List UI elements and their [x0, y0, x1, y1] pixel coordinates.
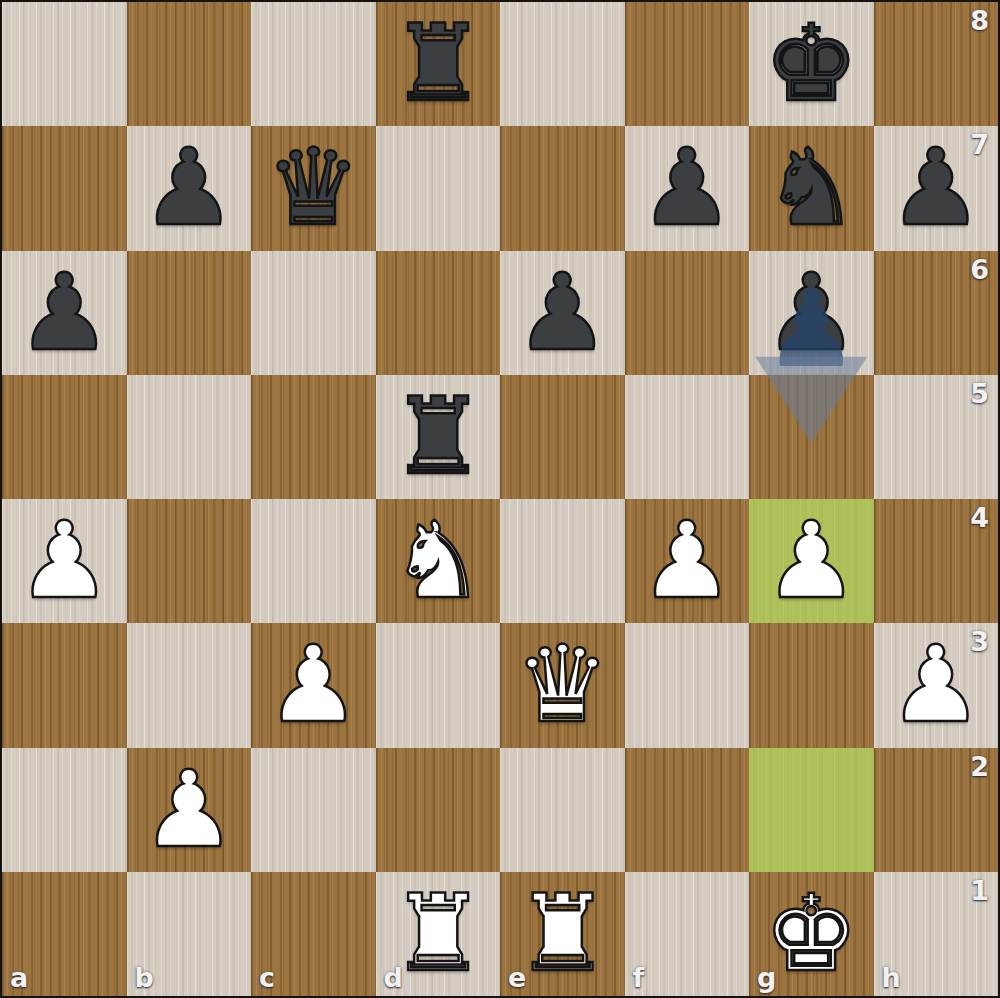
square-b8[interactable] [127, 2, 252, 126]
square-a5[interactable] [2, 375, 127, 499]
square-f8[interactable] [625, 2, 750, 126]
square-b3[interactable] [127, 623, 252, 747]
square-h2[interactable]: 2 [874, 748, 999, 872]
file-label-b: b [135, 962, 154, 993]
square-b5[interactable] [127, 375, 252, 499]
square-e1[interactable]: ♜e [500, 872, 625, 996]
rank-label-6: 6 [970, 254, 989, 285]
square-d5[interactable]: ♜ [376, 375, 501, 499]
square-e7[interactable] [500, 126, 625, 250]
square-g5[interactable] [749, 375, 874, 499]
chess-board: ♜♚8♟♛♟♞♟7♟♟♟6♜5♟♞♟♟4♟♛♟3♟2abc♜d♜ef♚gh1♟ [0, 0, 1000, 998]
square-a7[interactable] [2, 126, 127, 250]
white-pawn[interactable]: ♟ [749, 499, 874, 623]
file-label-a: a [10, 962, 28, 993]
square-e8[interactable] [500, 2, 625, 126]
square-c5[interactable] [251, 375, 376, 499]
black-king[interactable]: ♚ [749, 2, 874, 126]
white-pawn[interactable]: ♟ [874, 623, 999, 747]
square-g2[interactable] [749, 748, 874, 872]
square-b7[interactable]: ♟ [127, 126, 252, 250]
square-f2[interactable] [625, 748, 750, 872]
square-h8[interactable]: 8 [874, 2, 999, 126]
black-queen[interactable]: ♛ [251, 126, 376, 250]
white-knight[interactable]: ♞ [376, 499, 501, 623]
square-d7[interactable] [376, 126, 501, 250]
black-rook[interactable]: ♜ [376, 2, 501, 126]
square-a2[interactable] [2, 748, 127, 872]
square-c2[interactable] [251, 748, 376, 872]
white-pawn[interactable]: ♟ [127, 748, 252, 872]
square-h1[interactable]: h1 [874, 872, 999, 996]
square-e2[interactable] [500, 748, 625, 872]
square-d4[interactable]: ♞ [376, 499, 501, 623]
square-c8[interactable] [251, 2, 376, 126]
square-d1[interactable]: ♜d [376, 872, 501, 996]
square-f6[interactable] [625, 251, 750, 375]
square-h6[interactable]: 6 [874, 251, 999, 375]
rank-label-8: 8 [970, 5, 989, 36]
square-a6[interactable]: ♟ [2, 251, 127, 375]
square-b2[interactable]: ♟ [127, 748, 252, 872]
square-f7[interactable]: ♟ [625, 126, 750, 250]
square-e6[interactable]: ♟ [500, 251, 625, 375]
square-a3[interactable] [2, 623, 127, 747]
black-pawn[interactable]: ♟ [2, 251, 127, 375]
square-c6[interactable] [251, 251, 376, 375]
white-king[interactable]: ♚ [749, 872, 874, 996]
square-e5[interactable] [500, 375, 625, 499]
square-a8[interactable] [2, 2, 127, 126]
black-pawn[interactable]: ♟ [625, 126, 750, 250]
square-f5[interactable] [625, 375, 750, 499]
square-c7[interactable]: ♛ [251, 126, 376, 250]
square-d3[interactable] [376, 623, 501, 747]
square-a1[interactable]: a [2, 872, 127, 996]
white-pawn[interactable]: ♟ [625, 499, 750, 623]
white-pawn[interactable]: ♟ [2, 499, 127, 623]
square-g8[interactable]: ♚ [749, 2, 874, 126]
square-b6[interactable] [127, 251, 252, 375]
square-f1[interactable]: f [625, 872, 750, 996]
white-rook[interactable]: ♜ [500, 872, 625, 996]
square-b1[interactable]: b [127, 872, 252, 996]
square-f3[interactable] [625, 623, 750, 747]
rank-label-2: 2 [970, 751, 989, 782]
black-pawn[interactable]: ♟ [874, 126, 999, 250]
black-pawn[interactable]: ♟ [500, 251, 625, 375]
square-e4[interactable] [500, 499, 625, 623]
square-g7[interactable]: ♞ [749, 126, 874, 250]
square-d6[interactable] [376, 251, 501, 375]
file-label-f: f [633, 962, 645, 993]
square-b4[interactable] [127, 499, 252, 623]
square-d2[interactable] [376, 748, 501, 872]
square-a4[interactable]: ♟ [2, 499, 127, 623]
black-rook[interactable]: ♜ [376, 375, 501, 499]
square-h3[interactable]: ♟3 [874, 623, 999, 747]
file-label-c: c [259, 962, 275, 993]
rank-label-4: 4 [970, 502, 989, 533]
black-pawn[interactable]: ♟ [749, 251, 874, 375]
file-label-h: h [882, 962, 901, 993]
square-d8[interactable]: ♜ [376, 2, 501, 126]
square-h5[interactable]: 5 [874, 375, 999, 499]
white-rook[interactable]: ♜ [376, 872, 501, 996]
white-queen[interactable]: ♛ [500, 623, 625, 747]
rank-label-5: 5 [970, 378, 989, 409]
square-h4[interactable]: 4 [874, 499, 999, 623]
black-knight[interactable]: ♞ [749, 126, 874, 250]
square-g1[interactable]: ♚g [749, 872, 874, 996]
square-h7[interactable]: ♟7 [874, 126, 999, 250]
square-g4[interactable]: ♟ [749, 499, 874, 623]
square-g3[interactable] [749, 623, 874, 747]
square-c4[interactable] [251, 499, 376, 623]
white-pawn[interactable]: ♟ [251, 623, 376, 747]
square-c3[interactable]: ♟ [251, 623, 376, 747]
rank-label-1: 1 [970, 875, 989, 906]
square-f4[interactable]: ♟ [625, 499, 750, 623]
black-pawn[interactable]: ♟ [127, 126, 252, 250]
square-e3[interactable]: ♛ [500, 623, 625, 747]
square-c1[interactable]: c [251, 872, 376, 996]
square-g6[interactable]: ♟ [749, 251, 874, 375]
